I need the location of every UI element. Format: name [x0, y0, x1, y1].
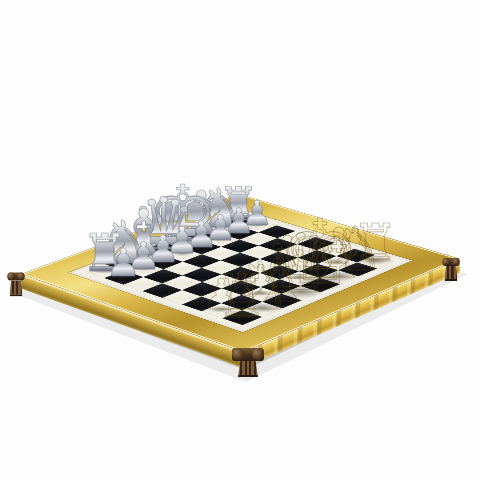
corner-foot-right — [443, 258, 460, 280]
corner-foot-left — [8, 273, 25, 296]
chess-board — [20, 193, 460, 352]
corner-foot-near — [232, 348, 264, 376]
chess-set-photo: ♜♞♝♛♚♝♞♜♟♟♟♟♟♟♟♟♟♟♟♟♟♟♟♟♜♞♝♛♚♝♞♜ — [0, 0, 480, 480]
